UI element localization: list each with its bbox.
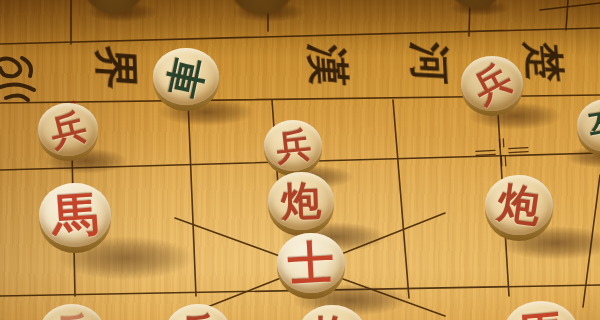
- river-char-he: 河: [407, 41, 451, 85]
- piece-green-chariot[interactable]: 車: [153, 48, 219, 111]
- piece-red-soldier-center[interactable]: 兵: [264, 120, 322, 176]
- river-char-chu: 楚: [522, 41, 566, 83]
- river-char-jie: 界: [93, 44, 139, 91]
- partial-piece-bottom-4[interactable]: 馬: [503, 301, 579, 320]
- partial-piece-bottom-1[interactable]: 兵: [39, 304, 105, 320]
- piece-red-soldier-left[interactable]: 兵: [38, 103, 98, 161]
- piece-red-cannon-center[interactable]: 炮: [268, 172, 334, 236]
- piece-red-horse[interactable]: 馬: [39, 183, 111, 253]
- river-char-han: 漢: [304, 43, 349, 88]
- piece-green-soldier-edge[interactable]: 卒: [577, 99, 600, 157]
- soldier-point-marker: [475, 138, 528, 168]
- piece-red-cannon-right[interactable]: 炮: [485, 175, 553, 241]
- partial-piece-bottom-3[interactable]: 炮: [297, 305, 367, 320]
- partial-piece-bottom-2[interactable]: 兵: [165, 304, 231, 320]
- piece-red-advisor[interactable]: 士: [277, 233, 345, 299]
- piece-red-soldier-right[interactable]: 兵: [461, 56, 523, 116]
- xiangqi-board-photo: 界 漢 河 楚 車 兵 卒 兵 兵 炮 炮 馬 士 兵: [0, 0, 600, 320]
